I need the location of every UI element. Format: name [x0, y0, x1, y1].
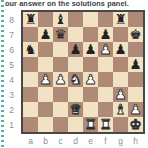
- file-label-g: g: [113, 135, 128, 147]
- square-a5: [23, 57, 38, 72]
- square-a3: [23, 87, 38, 102]
- square-h7: [128, 27, 143, 42]
- square-h1: [128, 117, 143, 132]
- solutions-caption: our answer on the solutions panel.: [5, 0, 146, 8]
- square-b7: [38, 27, 53, 42]
- square-c3: [53, 87, 68, 102]
- file-label-e: e: [83, 135, 98, 147]
- square-f7: [98, 27, 113, 42]
- square-e5: [83, 57, 98, 72]
- rank-label-8: 8: [0, 12, 21, 27]
- square-h4: [128, 72, 143, 87]
- square-g1: [113, 117, 128, 132]
- square-f5: [98, 57, 113, 72]
- square-e7: [83, 27, 98, 42]
- square-d8: [68, 12, 83, 27]
- square-c8: [53, 12, 68, 27]
- square-b5: [38, 57, 53, 72]
- square-e4: [83, 72, 98, 87]
- square-d6: [68, 42, 83, 57]
- square-c4: [53, 72, 68, 87]
- square-f1: [98, 117, 113, 132]
- square-b6: [38, 42, 53, 57]
- square-a1: [23, 117, 38, 132]
- chess-board: ♜♝♜♟♛♟♚♞♟♟♟♟♟♟♟♞♟♟♛♝♟♜♜♚: [21, 10, 145, 134]
- square-a7: [23, 27, 38, 42]
- square-g7: [113, 27, 128, 42]
- square-e2: [83, 102, 98, 117]
- rank-label-3: 3: [0, 87, 21, 102]
- square-g8: [113, 12, 128, 27]
- square-a8: [23, 12, 38, 27]
- square-d5: [68, 57, 83, 72]
- file-label-b: b: [38, 135, 53, 147]
- square-f4: [98, 72, 113, 87]
- file-label-f: f: [98, 135, 113, 147]
- rank-label-2: 2: [0, 102, 21, 117]
- square-b2: [38, 102, 53, 117]
- square-g6: [113, 42, 128, 57]
- square-f3: [98, 87, 113, 102]
- rank-labels: 87654321: [0, 10, 21, 132]
- file-label-d: d: [68, 135, 83, 147]
- rank-label-6: 6: [0, 42, 21, 57]
- square-g4: [113, 72, 128, 87]
- square-c6: [53, 42, 68, 57]
- square-e1: [83, 117, 98, 132]
- square-e6: [83, 42, 98, 57]
- square-d4: [68, 72, 83, 87]
- square-a6: [23, 42, 38, 57]
- square-d1: [68, 117, 83, 132]
- square-b8: [38, 12, 53, 27]
- square-c7: [53, 27, 68, 42]
- square-a4: [23, 72, 38, 87]
- square-b3: [38, 87, 53, 102]
- square-h2: [128, 102, 143, 117]
- square-e8: [83, 12, 98, 27]
- square-f8: [98, 12, 113, 27]
- square-g5: [113, 57, 128, 72]
- chess-diagram: 87654321 ♜♝♜♟♛♟♚♞♟♟♟♟♟♟♟♞♟♟♛♝♟♜♜♚ abcdef…: [0, 10, 145, 147]
- square-b1: [38, 117, 53, 132]
- square-h3: [128, 87, 143, 102]
- rank-label-7: 7: [0, 27, 21, 42]
- square-c5: [53, 57, 68, 72]
- square-d3: [68, 87, 83, 102]
- file-label-c: c: [53, 135, 68, 147]
- square-g2: [113, 102, 128, 117]
- rank-label-1: 1: [0, 117, 21, 132]
- file-label-h: h: [128, 135, 143, 147]
- square-c1: [53, 117, 68, 132]
- square-h5: [128, 57, 143, 72]
- file-label-a: a: [23, 135, 38, 147]
- square-h8: [128, 12, 143, 27]
- square-b4: [38, 72, 53, 87]
- square-d2: [68, 102, 83, 117]
- square-a2: [23, 102, 38, 117]
- rank-label-5: 5: [0, 57, 21, 72]
- square-h6: [128, 42, 143, 57]
- file-labels: abcdefgh: [23, 135, 145, 147]
- square-f6: [98, 42, 113, 57]
- caption-row: our answer on the solutions panel.: [5, 0, 146, 9]
- square-e3: [83, 87, 98, 102]
- square-d7: [68, 27, 83, 42]
- square-g3: [113, 87, 128, 102]
- square-c2: [53, 102, 68, 117]
- rank-label-4: 4: [0, 72, 21, 87]
- square-f2: [98, 102, 113, 117]
